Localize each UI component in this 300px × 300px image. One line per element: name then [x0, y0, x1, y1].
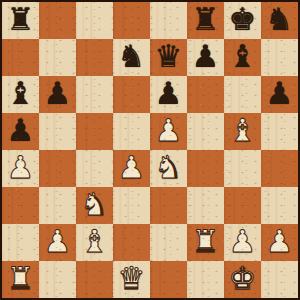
square-g8[interactable]: ♚	[224, 2, 261, 39]
piece-black-pawn[interactable]: ♟	[266, 78, 294, 109]
square-c5[interactable]	[76, 113, 113, 150]
square-e7[interactable]: ♛	[150, 39, 187, 76]
piece-black-bishop[interactable]: ♝	[7, 78, 35, 109]
piece-white-rook[interactable]: ♜	[7, 263, 35, 294]
square-a1[interactable]: ♜	[2, 261, 39, 298]
square-a5[interactable]: ♟	[2, 113, 39, 150]
piece-black-bishop[interactable]: ♝	[229, 41, 257, 72]
square-c6[interactable]	[76, 76, 113, 113]
square-e2[interactable]	[150, 224, 187, 261]
square-b7[interactable]	[39, 39, 76, 76]
square-g4[interactable]	[224, 150, 261, 187]
piece-white-rook[interactable]: ♜	[192, 226, 220, 257]
piece-black-king[interactable]: ♚	[229, 4, 257, 35]
square-b5[interactable]	[39, 113, 76, 150]
square-h7[interactable]	[261, 39, 298, 76]
square-d5[interactable]	[113, 113, 150, 150]
square-d7[interactable]: ♞	[113, 39, 150, 76]
square-a7[interactable]	[2, 39, 39, 76]
square-h5[interactable]	[261, 113, 298, 150]
square-f7[interactable]: ♟	[187, 39, 224, 76]
square-h8[interactable]: ♞	[261, 2, 298, 39]
square-c4[interactable]	[76, 150, 113, 187]
square-g5[interactable]: ♝	[224, 113, 261, 150]
chess-board: ♜♜♚♞♞♛♟♝♝♟♟♟♟♟♝♟♟♞♞♟♝♜♟♟♜♛♚	[0, 0, 300, 300]
piece-white-pawn[interactable]: ♟	[118, 152, 146, 183]
square-h4[interactable]	[261, 150, 298, 187]
square-d8[interactable]	[113, 2, 150, 39]
square-d2[interactable]	[113, 224, 150, 261]
square-g1[interactable]: ♚	[224, 261, 261, 298]
square-e6[interactable]: ♟	[150, 76, 187, 113]
square-f6[interactable]	[187, 76, 224, 113]
square-a3[interactable]	[2, 187, 39, 224]
piece-white-bishop[interactable]: ♝	[81, 226, 109, 257]
square-f2[interactable]: ♜	[187, 224, 224, 261]
square-c8[interactable]	[76, 2, 113, 39]
square-b6[interactable]: ♟	[39, 76, 76, 113]
piece-black-pawn[interactable]: ♟	[7, 115, 35, 146]
square-b2[interactable]: ♟	[39, 224, 76, 261]
square-d4[interactable]: ♟	[113, 150, 150, 187]
square-b1[interactable]	[39, 261, 76, 298]
square-c2[interactable]: ♝	[76, 224, 113, 261]
piece-white-pawn[interactable]: ♟	[266, 226, 294, 257]
square-d6[interactable]	[113, 76, 150, 113]
square-e1[interactable]	[150, 261, 187, 298]
square-e8[interactable]	[150, 2, 187, 39]
piece-white-king[interactable]: ♚	[229, 263, 257, 294]
piece-white-bishop[interactable]: ♝	[229, 115, 257, 146]
square-e5[interactable]: ♟	[150, 113, 187, 150]
square-g3[interactable]	[224, 187, 261, 224]
square-g2[interactable]: ♟	[224, 224, 261, 261]
square-f1[interactable]	[187, 261, 224, 298]
square-f4[interactable]	[187, 150, 224, 187]
square-c3[interactable]: ♞	[76, 187, 113, 224]
square-f5[interactable]	[187, 113, 224, 150]
square-f8[interactable]: ♜	[187, 2, 224, 39]
square-e3[interactable]	[150, 187, 187, 224]
square-b8[interactable]	[39, 2, 76, 39]
square-h2[interactable]: ♟	[261, 224, 298, 261]
piece-black-queen[interactable]: ♛	[155, 41, 183, 72]
square-a4[interactable]: ♟	[2, 150, 39, 187]
piece-black-knight[interactable]: ♞	[118, 41, 146, 72]
piece-white-queen[interactable]: ♛	[118, 263, 146, 294]
piece-white-pawn[interactable]: ♟	[7, 152, 35, 183]
square-d3[interactable]	[113, 187, 150, 224]
square-a6[interactable]: ♝	[2, 76, 39, 113]
square-b3[interactable]	[39, 187, 76, 224]
square-h6[interactable]: ♟	[261, 76, 298, 113]
square-a2[interactable]	[2, 224, 39, 261]
square-h3[interactable]	[261, 187, 298, 224]
square-e4[interactable]: ♞	[150, 150, 187, 187]
piece-white-pawn[interactable]: ♟	[155, 115, 183, 146]
piece-white-knight[interactable]: ♞	[155, 152, 183, 183]
piece-black-rook[interactable]: ♜	[192, 4, 220, 35]
square-f3[interactable]	[187, 187, 224, 224]
piece-black-pawn[interactable]: ♟	[192, 41, 220, 72]
piece-black-pawn[interactable]: ♟	[155, 78, 183, 109]
piece-white-pawn[interactable]: ♟	[229, 226, 257, 257]
square-g6[interactable]	[224, 76, 261, 113]
square-a8[interactable]: ♜	[2, 2, 39, 39]
piece-black-knight[interactable]: ♞	[266, 4, 294, 35]
piece-black-pawn[interactable]: ♟	[44, 78, 72, 109]
square-c7[interactable]	[76, 39, 113, 76]
piece-white-pawn[interactable]: ♟	[44, 226, 72, 257]
square-h1[interactable]	[261, 261, 298, 298]
square-b4[interactable]	[39, 150, 76, 187]
square-g7[interactable]: ♝	[224, 39, 261, 76]
piece-white-knight[interactable]: ♞	[81, 189, 109, 220]
piece-black-rook[interactable]: ♜	[7, 4, 35, 35]
square-c1[interactable]	[76, 261, 113, 298]
square-d1[interactable]: ♛	[113, 261, 150, 298]
